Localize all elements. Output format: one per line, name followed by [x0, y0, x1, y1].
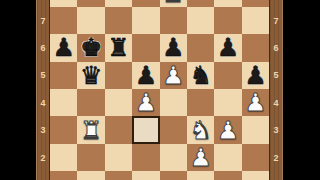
square-b1[interactable] — [77, 171, 104, 180]
square-g5[interactable] — [214, 62, 241, 89]
rank-label-left-1: 1 — [37, 171, 49, 180]
white-pawn-e5[interactable]: ♟ — [162, 63, 184, 88]
square-c3[interactable] — [105, 116, 132, 143]
rank-label-left-8: 8 — [37, 0, 49, 7]
square-g3[interactable]: ♟ — [214, 116, 241, 143]
square-b4[interactable] — [77, 89, 104, 116]
square-g4[interactable] — [214, 89, 241, 116]
square-d5[interactable]: ♟ — [132, 62, 159, 89]
white-pawn-g3[interactable]: ♟ — [217, 118, 239, 143]
rank-label-left-2: 2 — [37, 144, 49, 171]
square-h3[interactable] — [242, 116, 269, 143]
square-f5[interactable]: ♞ — [187, 62, 214, 89]
square-h4[interactable]: ♟ — [242, 89, 269, 116]
square-h2[interactable] — [242, 144, 269, 171]
board-frame-left: 87654321 — [36, 0, 50, 180]
black-knight-f5[interactable]: ♞ — [189, 63, 211, 88]
black-king-b6[interactable]: ♚ — [80, 35, 102, 60]
square-e8[interactable]: ♜ — [160, 0, 187, 7]
black-pawn-a6[interactable]: ♟ — [52, 35, 74, 60]
black-pawn-h5[interactable]: ♟ — [244, 63, 266, 88]
square-g7[interactable] — [214, 7, 241, 34]
white-pawn-f2[interactable]: ♟ — [189, 145, 211, 170]
rank-label-left-6: 6 — [37, 34, 49, 61]
square-f3[interactable]: ♞ — [187, 116, 214, 143]
rank-label-right-6: 6 — [270, 34, 282, 61]
white-pawn-h4[interactable]: ♟ — [244, 90, 266, 115]
square-h5[interactable]: ♟ — [242, 62, 269, 89]
black-queen-b5[interactable]: ♛ — [80, 63, 102, 88]
square-f8[interactable] — [187, 0, 214, 7]
square-a4[interactable] — [50, 89, 77, 116]
square-b5[interactable]: ♛ — [77, 62, 104, 89]
square-d7[interactable] — [132, 7, 159, 34]
chess-board[interactable]: ♜♟♚♜♟♟♛♟♟♞♟♟♟♜♞♟♟ — [50, 0, 269, 180]
square-e6[interactable]: ♟ — [160, 34, 187, 61]
board-frame-right: 87654321 — [269, 0, 283, 180]
square-a3[interactable] — [50, 116, 77, 143]
square-d2[interactable] — [132, 144, 159, 171]
square-g2[interactable] — [214, 144, 241, 171]
black-pawn-d5[interactable]: ♟ — [135, 63, 157, 88]
rank-label-right-2: 2 — [270, 144, 282, 171]
square-e7[interactable] — [160, 7, 187, 34]
square-a7[interactable] — [50, 7, 77, 34]
black-pawn-g6[interactable]: ♟ — [217, 35, 239, 60]
square-f1[interactable] — [187, 171, 214, 180]
square-h7[interactable] — [242, 7, 269, 34]
square-f2[interactable]: ♟ — [187, 144, 214, 171]
square-c7[interactable] — [105, 7, 132, 34]
square-e2[interactable] — [160, 144, 187, 171]
square-c5[interactable] — [105, 62, 132, 89]
white-rook-b3[interactable]: ♜ — [80, 118, 102, 143]
square-a6[interactable]: ♟ — [50, 34, 77, 61]
square-d6[interactable] — [132, 34, 159, 61]
square-h6[interactable] — [242, 34, 269, 61]
square-b7[interactable] — [77, 7, 104, 34]
square-c8[interactable] — [105, 0, 132, 7]
black-rook-c6[interactable]: ♜ — [107, 35, 129, 60]
square-b8[interactable] — [77, 0, 104, 7]
square-d8[interactable] — [132, 0, 159, 7]
square-d1[interactable] — [132, 171, 159, 180]
square-d4[interactable]: ♟ — [132, 89, 159, 116]
white-knight-f3[interactable]: ♞ — [189, 118, 211, 143]
chess-video-frame: 87654321 ♜♟♚♜♟♟♛♟♟♞♟♟♟♜♞♟♟ 87654321 — [0, 0, 320, 180]
square-e3[interactable] — [160, 116, 187, 143]
square-d3[interactable] — [132, 116, 159, 143]
square-c2[interactable] — [105, 144, 132, 171]
rank-labels-right: 87654321 — [270, 0, 282, 180]
square-g8[interactable] — [214, 0, 241, 7]
rank-label-right-5: 5 — [270, 62, 282, 89]
square-f6[interactable] — [187, 34, 214, 61]
rank-label-right-4: 4 — [270, 89, 282, 116]
square-g6[interactable]: ♟ — [214, 34, 241, 61]
rank-label-right-3: 3 — [270, 117, 282, 144]
square-h1[interactable] — [242, 171, 269, 180]
rank-label-right-1: 1 — [270, 171, 282, 180]
rank-label-left-4: 4 — [37, 89, 49, 116]
square-a8[interactable] — [50, 0, 77, 7]
square-e5[interactable]: ♟ — [160, 62, 187, 89]
square-c6[interactable]: ♜ — [105, 34, 132, 61]
square-e1[interactable] — [160, 171, 187, 180]
rank-label-left-7: 7 — [37, 7, 49, 34]
square-b6[interactable]: ♚ — [77, 34, 104, 61]
square-b3[interactable]: ♜ — [77, 116, 104, 143]
white-pawn-d4[interactable]: ♟ — [135, 90, 157, 115]
black-pawn-e6[interactable]: ♟ — [162, 35, 184, 60]
square-f4[interactable] — [187, 89, 214, 116]
square-e4[interactable] — [160, 89, 187, 116]
square-a2[interactable] — [50, 144, 77, 171]
square-c4[interactable] — [105, 89, 132, 116]
square-c1[interactable] — [105, 171, 132, 180]
square-a1[interactable] — [50, 171, 77, 180]
rank-label-right-8: 8 — [270, 0, 282, 7]
rank-label-left-3: 3 — [37, 117, 49, 144]
rank-label-right-7: 7 — [270, 7, 282, 34]
rank-label-left-5: 5 — [37, 62, 49, 89]
square-h8[interactable] — [242, 0, 269, 7]
rank-labels-left: 87654321 — [37, 0, 49, 180]
white-rook-e8[interactable]: ♜ — [162, 0, 184, 6]
square-a5[interactable] — [50, 62, 77, 89]
square-b2[interactable] — [77, 144, 104, 171]
square-g1[interactable] — [214, 171, 241, 180]
square-f7[interactable] — [187, 7, 214, 34]
